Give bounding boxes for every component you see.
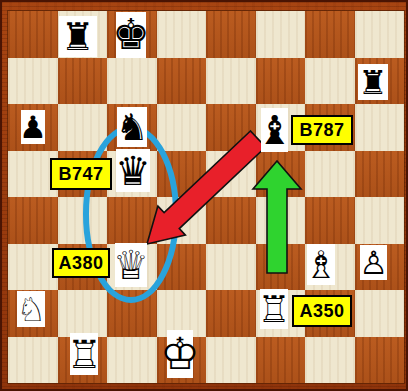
square-g8[interactable] <box>305 11 355 58</box>
square-h6[interactable] <box>355 104 405 151</box>
square-e3[interactable] <box>206 244 256 291</box>
square-f8[interactable] <box>256 11 306 58</box>
square-d7[interactable] <box>157 58 207 105</box>
piece-black-rook-h7[interactable]: ♜ <box>358 64 388 100</box>
piece-black-king-c8[interactable]: ♚ <box>116 12 146 58</box>
square-f1[interactable] <box>256 337 306 384</box>
piece-white-rook-f2[interactable]: ♖ <box>260 289 288 329</box>
chess-board <box>8 11 404 383</box>
square-g7[interactable] <box>305 58 355 105</box>
square-h4[interactable] <box>355 197 405 244</box>
piece-black-rook-b8[interactable]: ♜ <box>59 16 97 57</box>
square-h5[interactable] <box>355 151 405 198</box>
square-e4[interactable] <box>206 197 256 244</box>
label-a350: A350 <box>292 295 352 327</box>
square-a7[interactable] <box>8 58 58 105</box>
square-g1[interactable] <box>305 337 355 384</box>
square-e1[interactable] <box>206 337 256 384</box>
piece-white-rook-b1[interactable]: ♖ <box>70 333 98 375</box>
square-g4[interactable] <box>305 197 355 244</box>
piece-white-king-d1[interactable]: ♔ <box>167 330 193 378</box>
chess-diagram: ♜♚♜♟♞♝♛♕♗♙♘♖♖♔ B747B787A380A350 <box>0 0 408 391</box>
square-f5[interactable] <box>256 151 306 198</box>
square-h8[interactable] <box>355 11 405 58</box>
square-b2[interactable] <box>58 290 108 337</box>
square-b6[interactable] <box>58 104 108 151</box>
square-b7[interactable] <box>58 58 108 105</box>
square-f4[interactable] <box>256 197 306 244</box>
square-f3[interactable] <box>256 244 306 291</box>
square-d8[interactable] <box>157 11 207 58</box>
square-e6[interactable] <box>206 104 256 151</box>
piece-white-knight-a2[interactable]: ♘ <box>17 291 45 327</box>
square-c1[interactable] <box>107 337 157 384</box>
square-f7[interactable] <box>256 58 306 105</box>
piece-white-pawn-h3[interactable]: ♙ <box>360 245 387 280</box>
square-d5[interactable] <box>157 151 207 198</box>
piece-white-bishop-g3[interactable]: ♗ <box>307 244 335 285</box>
square-e5[interactable] <box>206 151 256 198</box>
square-d3[interactable] <box>157 244 207 291</box>
piece-white-queen-c3[interactable]: ♕ <box>115 243 147 287</box>
label-b787: B787 <box>291 115 353 145</box>
piece-black-queen-c5[interactable]: ♛ <box>116 149 150 192</box>
square-e2[interactable] <box>206 290 256 337</box>
square-a1[interactable] <box>8 337 58 384</box>
piece-black-bishop-f6[interactable]: ♝ <box>261 108 288 152</box>
square-c2[interactable] <box>107 290 157 337</box>
square-h2[interactable] <box>355 290 405 337</box>
square-g5[interactable] <box>305 151 355 198</box>
square-h1[interactable] <box>355 337 405 384</box>
square-c4[interactable] <box>107 197 157 244</box>
square-b4[interactable] <box>58 197 108 244</box>
square-a4[interactable] <box>8 197 58 244</box>
square-c7[interactable] <box>107 58 157 105</box>
square-e7[interactable] <box>206 58 256 105</box>
square-d6[interactable] <box>157 104 207 151</box>
piece-black-knight-c6[interactable]: ♞ <box>117 107 147 147</box>
square-e8[interactable] <box>206 11 256 58</box>
square-d4[interactable] <box>157 197 207 244</box>
square-a8[interactable] <box>8 11 58 58</box>
square-a3[interactable] <box>8 244 58 291</box>
label-b747: B747 <box>50 158 112 190</box>
piece-black-pawn-a6[interactable]: ♟ <box>21 110 45 144</box>
label-a380: A380 <box>52 248 110 278</box>
